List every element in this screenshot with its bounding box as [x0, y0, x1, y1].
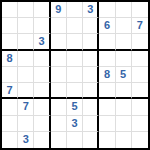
- cell-r4c2[interactable]: [18, 51, 34, 67]
- cell-r4c4[interactable]: [51, 51, 67, 67]
- cell-r6c3[interactable]: [34, 83, 50, 99]
- cell-r9c9[interactable]: [132, 132, 148, 148]
- cell-r5c2[interactable]: [18, 67, 34, 83]
- cell-r9c1[interactable]: [2, 132, 18, 148]
- cell-r8c2[interactable]: [18, 116, 34, 132]
- cell-r8c4[interactable]: [51, 116, 67, 132]
- cell-r3c3[interactable]: 3: [34, 34, 50, 50]
- cell-r7c6[interactable]: [83, 99, 99, 115]
- cell-r2c6[interactable]: [83, 18, 99, 34]
- cell-r3c4[interactable]: [51, 34, 67, 50]
- cell-r9c2[interactable]: 3: [18, 132, 34, 148]
- cell-r4c9[interactable]: [132, 51, 148, 67]
- cell-r3c5[interactable]: [67, 34, 83, 50]
- cell-r7c7[interactable]: [99, 99, 115, 115]
- cell-r8c6[interactable]: [83, 116, 99, 132]
- cell-r3c1[interactable]: [2, 34, 18, 50]
- cell-r3c2[interactable]: [18, 34, 34, 50]
- cell-r6c1[interactable]: 7: [2, 83, 18, 99]
- cell-r3c8[interactable]: [116, 34, 132, 50]
- cell-r6c8[interactable]: [116, 83, 132, 99]
- cell-r2c7[interactable]: 6: [99, 18, 115, 34]
- cell-r8c5[interactable]: 3: [67, 116, 83, 132]
- cell-r7c2[interactable]: 7: [18, 99, 34, 115]
- cell-r3c6[interactable]: [83, 34, 99, 50]
- cell-r1c1[interactable]: [2, 2, 18, 18]
- cell-r2c1[interactable]: [2, 18, 18, 34]
- cell-r7c3[interactable]: [34, 99, 50, 115]
- cell-r2c3[interactable]: [34, 18, 50, 34]
- cell-r3c7[interactable]: [99, 34, 115, 50]
- cell-r5c9[interactable]: [132, 67, 148, 83]
- cell-r9c6[interactable]: [83, 132, 99, 148]
- cell-r5c3[interactable]: [34, 67, 50, 83]
- cell-r8c7[interactable]: [99, 116, 115, 132]
- cell-r2c9[interactable]: 7: [132, 18, 148, 34]
- cell-r3c9[interactable]: [132, 34, 148, 50]
- cell-r8c9[interactable]: [132, 116, 148, 132]
- cell-r7c8[interactable]: [116, 99, 132, 115]
- cell-r1c4[interactable]: 9: [51, 2, 67, 18]
- cell-r1c6[interactable]: 3: [83, 2, 99, 18]
- cell-r2c4[interactable]: [51, 18, 67, 34]
- cell-r8c1[interactable]: [2, 116, 18, 132]
- cell-r7c1[interactable]: [2, 99, 18, 115]
- cell-r4c8[interactable]: [116, 51, 132, 67]
- cell-r1c8[interactable]: [116, 2, 132, 18]
- cell-r8c3[interactable]: [34, 116, 50, 132]
- cell-r5c4[interactable]: [51, 67, 67, 83]
- cell-r7c9[interactable]: [132, 99, 148, 115]
- cell-r6c2[interactable]: [18, 83, 34, 99]
- cell-r9c3[interactable]: [34, 132, 50, 148]
- cell-r1c2[interactable]: [18, 2, 34, 18]
- cell-r1c3[interactable]: [34, 2, 50, 18]
- cell-r5c6[interactable]: [83, 67, 99, 83]
- cell-r6c4[interactable]: [51, 83, 67, 99]
- sudoku-board: 9367388577533: [0, 0, 150, 150]
- cell-r2c2[interactable]: [18, 18, 34, 34]
- cell-r2c8[interactable]: [116, 18, 132, 34]
- cell-r9c5[interactable]: [67, 132, 83, 148]
- cell-r6c7[interactable]: [99, 83, 115, 99]
- cell-r9c8[interactable]: [116, 132, 132, 148]
- cell-r1c9[interactable]: [132, 2, 148, 18]
- cell-r4c7[interactable]: [99, 51, 115, 67]
- cell-r6c6[interactable]: [83, 83, 99, 99]
- cell-r1c5[interactable]: [67, 2, 83, 18]
- cell-r4c5[interactable]: [67, 51, 83, 67]
- cell-r9c4[interactable]: [51, 132, 67, 148]
- cell-r9c7[interactable]: [99, 132, 115, 148]
- cell-r6c5[interactable]: [67, 83, 83, 99]
- cell-r4c6[interactable]: [83, 51, 99, 67]
- cell-r6c9[interactable]: [132, 83, 148, 99]
- cell-r7c5[interactable]: 5: [67, 99, 83, 115]
- cell-r5c8[interactable]: 5: [116, 67, 132, 83]
- cell-r5c5[interactable]: [67, 67, 83, 83]
- cell-r7c4[interactable]: [51, 99, 67, 115]
- cell-r1c7[interactable]: [99, 2, 115, 18]
- cell-r4c3[interactable]: [34, 51, 50, 67]
- cell-r2c5[interactable]: [67, 18, 83, 34]
- cell-r5c7[interactable]: 8: [99, 67, 115, 83]
- cell-r5c1[interactable]: [2, 67, 18, 83]
- cell-r4c1[interactable]: 8: [2, 51, 18, 67]
- cell-r8c8[interactable]: [116, 116, 132, 132]
